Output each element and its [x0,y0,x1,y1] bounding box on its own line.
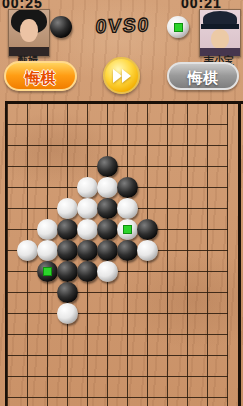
grid-line-h [7,292,228,293]
game-screen: 00:25 00:21 甄嬛 0VS0 韦小宝 悔棋 悔棋 [0,0,243,406]
black-stone [77,240,98,261]
black-stone [97,219,118,240]
black-stone [97,156,118,177]
fast-forward-button[interactable] [103,57,140,94]
grid-line-h [7,124,228,125]
black-stone [97,240,118,261]
fast-forward-icon [113,69,122,83]
grid-line-h [7,313,228,314]
grid-line-v [227,103,228,406]
grid-line-h [7,355,228,356]
grid-line-h [7,145,228,146]
white-stone [17,240,38,261]
black-stone [77,261,98,282]
white-stone [57,303,78,324]
black-stone [57,240,78,261]
undo-button-white[interactable]: 悔棋 [167,62,239,90]
score-text: 0VS0 [82,14,164,39]
grid-line-h [7,397,228,398]
grid-line-h [7,376,228,377]
board[interactable] [0,101,243,406]
black-player-avatar [8,9,50,57]
white-stone [97,177,118,198]
black-stone-icon [50,16,72,38]
black-stone [97,198,118,219]
avatar-face [211,29,229,49]
white-stone [57,198,78,219]
grid-line-v [187,103,188,406]
white-stone [77,198,98,219]
black-stone [57,219,78,240]
black-stone [37,261,58,282]
white-stone [77,177,98,198]
board-frame-left [5,101,7,406]
grid-line-v [7,103,8,406]
black-stone [57,261,78,282]
undo-button-black[interactable]: 悔棋 [4,61,77,91]
black-stone [137,219,158,240]
black-stone [117,240,138,261]
white-stone [37,240,58,261]
grid-line-h [7,334,228,335]
white-stone [37,219,58,240]
white-stone [137,240,158,261]
black-stone [117,177,138,198]
grid-line-v [167,103,168,406]
white-player-avatar [199,9,241,57]
board-frame-right [238,101,241,406]
last-move-marker [123,225,132,234]
white-stone [117,198,138,219]
turn-indicator-icon [174,23,183,32]
white-stone [77,219,98,240]
white-stone [117,219,138,240]
grid-line-v [207,103,208,406]
black-stone [57,282,78,303]
last-move-marker [43,267,52,276]
white-stone-icon [167,16,189,38]
fast-forward-icon [122,69,131,83]
avatar-face [20,19,38,42]
board-frame-top [5,101,243,104]
white-stone [97,261,118,282]
